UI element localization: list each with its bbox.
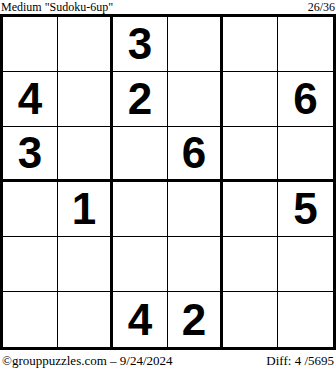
- cell-r4c5[interactable]: [223, 182, 278, 237]
- cell-r6c6[interactable]: [278, 292, 333, 347]
- puzzle-page: Medium "Sudoku-6up" 26/36 3 4 2 6 3 6 1 …: [0, 0, 336, 370]
- cell-r2c2[interactable]: [58, 72, 113, 127]
- copyright-text: ©grouppuzzles.com – 9/24/2024: [2, 353, 173, 369]
- cell-r2c5[interactable]: [223, 72, 278, 127]
- cell-r5c2[interactable]: [58, 237, 113, 292]
- sudoku-board: 3 4 2 6 3 6 1 5 4 2: [0, 14, 336, 350]
- cell-r6c4[interactable]: 2: [168, 292, 223, 347]
- cell-r1c6[interactable]: [278, 17, 333, 72]
- cell-r4c3[interactable]: [113, 182, 168, 237]
- cell-r1c2[interactable]: [58, 17, 113, 72]
- cell-r4c4[interactable]: [168, 182, 223, 237]
- cell-r5c4[interactable]: [168, 237, 223, 292]
- puzzle-counter: 26/36: [308, 1, 335, 14]
- cell-r3c1[interactable]: 3: [3, 127, 58, 182]
- cell-r2c4[interactable]: [168, 72, 223, 127]
- cell-r2c1[interactable]: 4: [3, 72, 58, 127]
- cell-r6c5[interactable]: [223, 292, 278, 347]
- cell-r2c6[interactable]: 6: [278, 72, 333, 127]
- cell-r3c6[interactable]: [278, 127, 333, 182]
- footer: ©grouppuzzles.com – 9/24/2024 Diff: 4 /5…: [0, 350, 336, 370]
- puzzle-title: Medium "Sudoku-6up": [1, 1, 113, 14]
- cell-r5c3[interactable]: [113, 237, 168, 292]
- cell-r3c5[interactable]: [223, 127, 278, 182]
- cell-r6c2[interactable]: [58, 292, 113, 347]
- cell-r1c5[interactable]: [223, 17, 278, 72]
- difficulty-text: Diff: 4 /5695: [266, 353, 334, 369]
- header: Medium "Sudoku-6up" 26/36: [0, 0, 336, 14]
- cell-r3c3[interactable]: [113, 127, 168, 182]
- cell-r4c6[interactable]: 5: [278, 182, 333, 237]
- cell-r4c1[interactable]: [3, 182, 58, 237]
- cell-r3c4[interactable]: 6: [168, 127, 223, 182]
- cell-r3c2[interactable]: [58, 127, 113, 182]
- cell-r1c1[interactable]: [3, 17, 58, 72]
- cell-r5c6[interactable]: [278, 237, 333, 292]
- cell-r6c1[interactable]: [3, 292, 58, 347]
- cell-r5c5[interactable]: [223, 237, 278, 292]
- cell-r1c3[interactable]: 3: [113, 17, 168, 72]
- cell-r6c3[interactable]: 4: [113, 292, 168, 347]
- cell-r4c2[interactable]: 1: [58, 182, 113, 237]
- cell-r2c3[interactable]: 2: [113, 72, 168, 127]
- cell-r1c4[interactable]: [168, 17, 223, 72]
- cell-r5c1[interactable]: [3, 237, 58, 292]
